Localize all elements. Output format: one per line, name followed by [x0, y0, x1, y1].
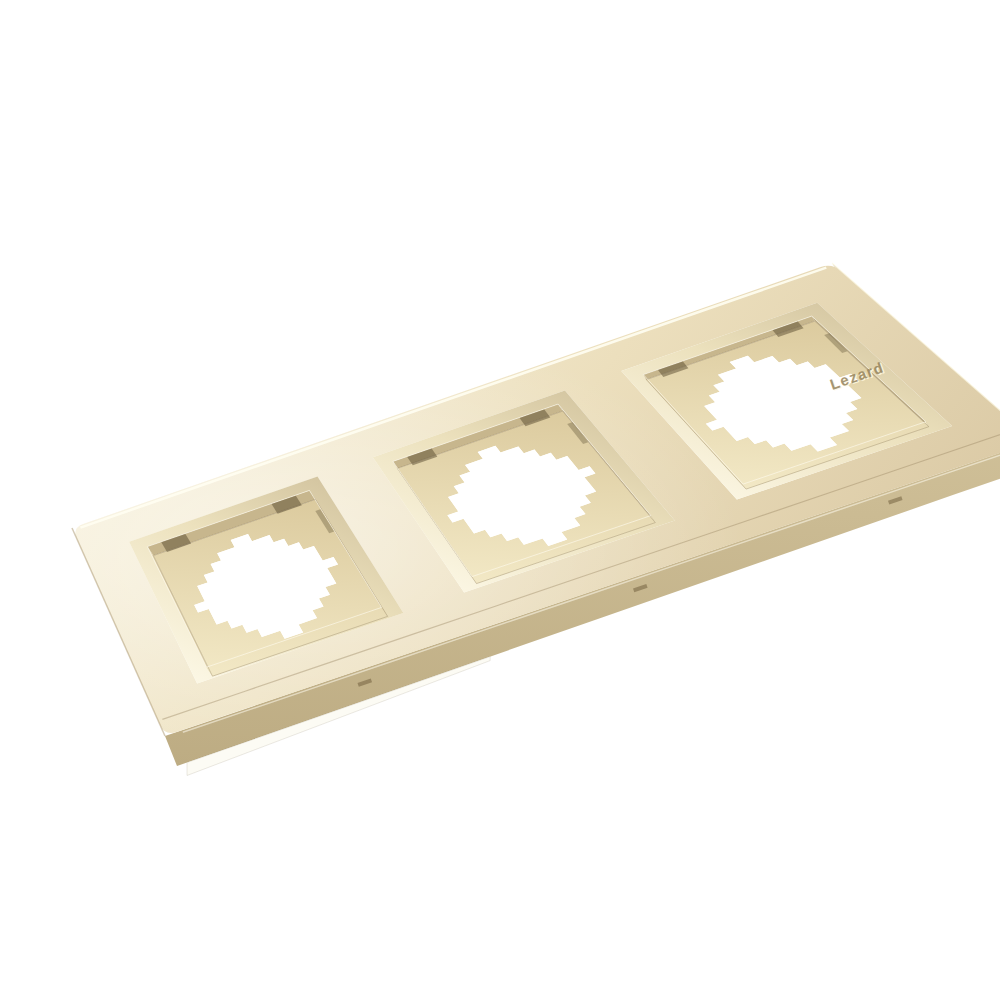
switch-frame-illustration: Lezard Lezard	[40, 16, 1000, 1000]
product-photo: Lezard Lezard	[40, 16, 1000, 1000]
